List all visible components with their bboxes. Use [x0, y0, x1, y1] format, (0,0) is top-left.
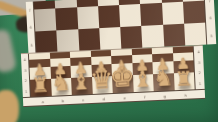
square-f5 — [141, 25, 163, 48]
rank-label: 7 — [208, 0, 210, 3]
file-label: a — [41, 99, 43, 103]
square-f2: ♟ — [132, 62, 153, 75]
square-c5 — [78, 28, 100, 51]
square-f1: ♝ — [132, 74, 153, 92]
rank-label: 7 — [29, 9, 31, 13]
rank-label: 3 — [24, 68, 26, 72]
piece-shadow — [178, 86, 191, 90]
square-d6 — [98, 5, 120, 28]
square-h6 — [183, 1, 205, 24]
rank-label: 5 — [30, 43, 32, 47]
square-d1: ♛ — [92, 76, 113, 94]
square-a2: ♟ — [30, 67, 51, 80]
photo-of-folding-chessboard: 7 6 5 7 6 5 4 3 2 1 ♟♟♟♟♟♟♟♟♜♞♝♛♚♝♞♜ 4 — [0, 0, 218, 122]
file-label: g — [163, 94, 166, 98]
square-e6 — [119, 4, 141, 27]
rank-label: 4 — [23, 58, 25, 62]
file-label: h — [184, 93, 187, 97]
square-h2: ♟ — [173, 60, 194, 73]
square-b1: ♞ — [51, 78, 72, 96]
square-c6 — [77, 6, 99, 29]
square-b2: ♟ — [50, 66, 71, 79]
square-g1: ♞ — [153, 73, 174, 91]
rank-label: 2 — [198, 71, 200, 75]
square-a6 — [34, 8, 56, 31]
file-label: f — [144, 95, 145, 99]
rank-label: 5 — [210, 34, 212, 38]
blurred-wooden-object — [0, 90, 19, 122]
rank-label: 1 — [25, 90, 27, 94]
piece-shadow — [55, 92, 68, 96]
flat-squares: ♟♟♟♟♟♟♟♟♜♞♝♛♚♝♞♜ — [29, 46, 195, 96]
square-d2: ♟ — [91, 64, 112, 77]
square-a5 — [35, 30, 57, 53]
rank-label: 3 — [198, 60, 200, 64]
square-e2: ♟ — [111, 63, 132, 76]
file-label: b — [62, 98, 65, 102]
out-of-focus-foreground — [0, 28, 17, 73]
rank-label: 4 — [197, 50, 199, 54]
square-c1: ♝ — [71, 77, 92, 95]
square-g6 — [162, 2, 184, 25]
square-g2: ♟ — [152, 61, 173, 74]
square-b6 — [55, 7, 77, 30]
piece-shadow — [75, 91, 88, 95]
file-label: d — [103, 97, 106, 101]
flat-right-border: 4 3 2 1 — [193, 46, 205, 89]
square-b5 — [57, 29, 79, 52]
piece-shadow — [157, 87, 170, 91]
square-h5 — [184, 23, 206, 46]
square-g5 — [163, 24, 185, 47]
rank-label: 6 — [29, 26, 31, 30]
rank-label: 2 — [24, 79, 26, 83]
square-f6 — [140, 3, 162, 26]
file-label: e — [124, 96, 126, 100]
piece-shadow — [137, 88, 150, 92]
square-d5 — [99, 27, 121, 50]
file-label: c — [82, 97, 84, 101]
square-c2: ♟ — [70, 65, 91, 78]
piece-shadow — [34, 93, 47, 97]
rank-label: 6 — [209, 16, 211, 20]
piece-shadow — [96, 90, 109, 94]
square-e5 — [120, 26, 142, 49]
square-h1: ♜ — [173, 72, 194, 90]
piece-shadow — [116, 89, 129, 93]
square-e1: ♚ — [112, 75, 133, 93]
board-flat-half: 4 3 2 1 ♟♟♟♟♟♟♟♟♜♞♝♛♚♝♞♜ 4 3 2 1 a b c d… — [21, 45, 205, 107]
rank-label: 1 — [199, 82, 201, 86]
square-a1: ♜ — [30, 79, 51, 97]
